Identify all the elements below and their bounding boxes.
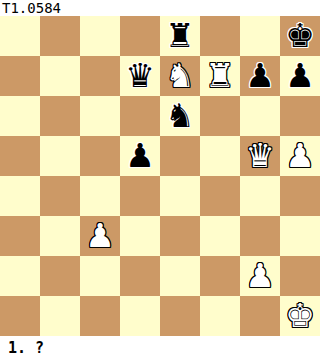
- square-b8[interactable]: [40, 16, 80, 56]
- chess-board: ♜♚♛♞♜♟♟♞♟♛♟♟♟♚: [0, 16, 320, 336]
- square-a6[interactable]: [0, 96, 40, 136]
- square-h7[interactable]: ♟: [280, 56, 320, 96]
- square-b7[interactable]: [40, 56, 80, 96]
- square-c7[interactable]: [80, 56, 120, 96]
- square-d2[interactable]: [120, 256, 160, 296]
- square-g8[interactable]: [240, 16, 280, 56]
- square-g5[interactable]: ♛: [240, 136, 280, 176]
- square-e5[interactable]: [160, 136, 200, 176]
- square-d4[interactable]: [120, 176, 160, 216]
- square-e1[interactable]: [160, 296, 200, 336]
- black-rook-e8: ♜: [165, 16, 195, 56]
- square-b2[interactable]: [40, 256, 80, 296]
- square-c3[interactable]: ♟: [80, 216, 120, 256]
- square-b6[interactable]: [40, 96, 80, 136]
- square-b4[interactable]: [40, 176, 80, 216]
- square-b5[interactable]: [40, 136, 80, 176]
- square-a4[interactable]: [0, 176, 40, 216]
- square-f6[interactable]: [200, 96, 240, 136]
- white-rook-f7: ♜: [205, 56, 235, 96]
- square-h1[interactable]: ♚: [280, 296, 320, 336]
- square-d8[interactable]: [120, 16, 160, 56]
- square-c8[interactable]: [80, 16, 120, 56]
- square-a5[interactable]: [0, 136, 40, 176]
- white-pawn-h5: ♟: [285, 136, 315, 176]
- square-e6[interactable]: ♞: [160, 96, 200, 136]
- square-a3[interactable]: [0, 216, 40, 256]
- square-a2[interactable]: [0, 256, 40, 296]
- square-g1[interactable]: [240, 296, 280, 336]
- square-d5[interactable]: ♟: [120, 136, 160, 176]
- square-e8[interactable]: ♜: [160, 16, 200, 56]
- square-a8[interactable]: [0, 16, 40, 56]
- square-f8[interactable]: [200, 16, 240, 56]
- square-f1[interactable]: [200, 296, 240, 336]
- square-b3[interactable]: [40, 216, 80, 256]
- square-e4[interactable]: [160, 176, 200, 216]
- square-h5[interactable]: ♟: [280, 136, 320, 176]
- move-prompt: 1. ?: [0, 336, 320, 360]
- square-g6[interactable]: [240, 96, 280, 136]
- square-e3[interactable]: [160, 216, 200, 256]
- black-pawn-g7: ♟: [245, 56, 275, 96]
- white-queen-g5: ♛: [245, 136, 275, 176]
- black-knight-e6: ♞: [165, 96, 195, 136]
- black-pawn-d5: ♟: [125, 136, 155, 176]
- square-g7[interactable]: ♟: [240, 56, 280, 96]
- square-h3[interactable]: [280, 216, 320, 256]
- square-d1[interactable]: [120, 296, 160, 336]
- square-b1[interactable]: [40, 296, 80, 336]
- square-h2[interactable]: [280, 256, 320, 296]
- square-h8[interactable]: ♚: [280, 16, 320, 56]
- white-king-h1: ♚: [285, 296, 315, 336]
- square-f2[interactable]: [200, 256, 240, 296]
- square-c1[interactable]: [80, 296, 120, 336]
- square-f5[interactable]: [200, 136, 240, 176]
- square-d6[interactable]: [120, 96, 160, 136]
- white-pawn-g2: ♟: [245, 256, 275, 296]
- square-a7[interactable]: [0, 56, 40, 96]
- square-d3[interactable]: [120, 216, 160, 256]
- square-g4[interactable]: [240, 176, 280, 216]
- square-c6[interactable]: [80, 96, 120, 136]
- square-g3[interactable]: [240, 216, 280, 256]
- square-c5[interactable]: [80, 136, 120, 176]
- square-e2[interactable]: [160, 256, 200, 296]
- square-f3[interactable]: [200, 216, 240, 256]
- black-pawn-h7: ♟: [285, 56, 315, 96]
- square-h4[interactable]: [280, 176, 320, 216]
- square-c4[interactable]: [80, 176, 120, 216]
- square-a1[interactable]: [0, 296, 40, 336]
- square-c2[interactable]: [80, 256, 120, 296]
- square-e7[interactable]: ♞: [160, 56, 200, 96]
- square-g2[interactable]: ♟: [240, 256, 280, 296]
- square-f7[interactable]: ♜: [200, 56, 240, 96]
- white-knight-e7: ♞: [165, 56, 195, 96]
- black-king-h8: ♚: [285, 16, 315, 56]
- white-pawn-c3: ♟: [85, 216, 115, 256]
- black-queen-d7: ♛: [125, 56, 155, 96]
- square-h6[interactable]: [280, 96, 320, 136]
- chess-puzzle-page: T1.0584 ♜♚♛♞♜♟♟♞♟♛♟♟♟♚ 1. ?: [0, 0, 320, 360]
- square-d7[interactable]: ♛: [120, 56, 160, 96]
- puzzle-id: T1.0584: [0, 0, 320, 16]
- square-f4[interactable]: [200, 176, 240, 216]
